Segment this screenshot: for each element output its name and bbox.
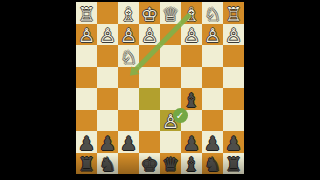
square-a6[interactable] <box>223 110 244 132</box>
square-h8[interactable]: ♜ <box>76 153 97 175</box>
square-g3[interactable] <box>97 45 118 67</box>
piece-bR-a8[interactable]: ♜ <box>225 154 242 174</box>
piece-wP-e2[interactable]: ♙ <box>141 25 158 45</box>
piece-wP-c2[interactable]: ♙ <box>183 25 200 45</box>
square-d8[interactable]: ♛ <box>160 153 181 175</box>
piece-bP-c7[interactable]: ♟ <box>183 133 200 153</box>
piece-wP-b2[interactable]: ♙ <box>204 25 221 45</box>
piece-bP-a7[interactable]: ♟ <box>225 133 242 153</box>
square-b8[interactable]: ♞ <box>202 153 223 175</box>
piece-wQ-d1[interactable]: ♕ <box>162 4 179 24</box>
square-c1[interactable]: ♗ <box>181 2 202 24</box>
square-f7[interactable]: ♟ <box>118 131 139 153</box>
piece-wR-h1[interactable]: ♖ <box>78 4 95 24</box>
square-h2[interactable]: ♙ <box>76 24 97 46</box>
square-d3[interactable] <box>160 45 181 67</box>
piece-bR-h8[interactable]: ♜ <box>78 154 95 174</box>
square-d2[interactable] <box>160 24 181 46</box>
square-c6[interactable] <box>181 110 202 132</box>
square-e1[interactable]: ♔ <box>139 2 160 24</box>
square-b6[interactable] <box>202 110 223 132</box>
square-d5[interactable] <box>160 88 181 110</box>
square-a1[interactable]: ♖ <box>223 2 244 24</box>
square-g6[interactable] <box>97 110 118 132</box>
video-frame: ♖♗♔♕♗♘♖♙♙♙♙♙♙♙♘♝♙♟♟♟♟♟♟♜♞♚♛♝♞♜ ✓ <box>0 0 320 180</box>
square-d7[interactable] <box>160 131 181 153</box>
square-a2[interactable]: ♙ <box>223 24 244 46</box>
square-f2[interactable]: ♙ <box>118 24 139 46</box>
piece-wP-g2[interactable]: ♙ <box>99 25 116 45</box>
square-f8[interactable] <box>118 153 139 175</box>
square-c8[interactable]: ♝ <box>181 153 202 175</box>
square-g8[interactable]: ♞ <box>97 153 118 175</box>
piece-wB-c1[interactable]: ♗ <box>183 4 200 24</box>
piece-wB-f1[interactable]: ♗ <box>120 4 137 24</box>
square-b5[interactable] <box>202 88 223 110</box>
square-f6[interactable] <box>118 110 139 132</box>
square-e2[interactable]: ♙ <box>139 24 160 46</box>
piece-bN-g8[interactable]: ♞ <box>99 154 116 174</box>
square-e3[interactable] <box>139 45 160 67</box>
piece-wN-b1[interactable]: ♘ <box>204 4 221 24</box>
square-c2[interactable]: ♙ <box>181 24 202 46</box>
square-f5[interactable] <box>118 88 139 110</box>
square-e7[interactable] <box>139 131 160 153</box>
piece-wP-h2[interactable]: ♙ <box>78 25 95 45</box>
piece-bP-f7[interactable]: ♟ <box>120 133 137 153</box>
square-e5[interactable] <box>139 88 160 110</box>
square-e4[interactable] <box>139 67 160 89</box>
square-h4[interactable] <box>76 67 97 89</box>
piece-bP-b7[interactable]: ♟ <box>204 133 221 153</box>
piece-wP-f2[interactable]: ♙ <box>120 25 137 45</box>
square-g7[interactable]: ♟ <box>97 131 118 153</box>
square-c3[interactable] <box>181 45 202 67</box>
square-a7[interactable]: ♟ <box>223 131 244 153</box>
piece-wK-e1[interactable]: ♔ <box>141 4 158 24</box>
piece-bB-c5[interactable]: ♝ <box>183 90 200 110</box>
square-f4[interactable] <box>118 67 139 89</box>
square-b3[interactable] <box>202 45 223 67</box>
square-c5[interactable]: ♝ <box>181 88 202 110</box>
piece-wP-a2[interactable]: ♙ <box>225 25 242 45</box>
square-c4[interactable] <box>181 67 202 89</box>
square-g1[interactable] <box>97 2 118 24</box>
square-a3[interactable] <box>223 45 244 67</box>
square-a5[interactable] <box>223 88 244 110</box>
square-a4[interactable] <box>223 67 244 89</box>
square-g2[interactable]: ♙ <box>97 24 118 46</box>
chess-board[interactable]: ♖♗♔♕♗♘♖♙♙♙♙♙♙♙♘♝♙♟♟♟♟♟♟♜♞♚♛♝♞♜ <box>76 2 244 174</box>
square-h5[interactable] <box>76 88 97 110</box>
square-f1[interactable]: ♗ <box>118 2 139 24</box>
square-b1[interactable]: ♘ <box>202 2 223 24</box>
square-b7[interactable]: ♟ <box>202 131 223 153</box>
square-h1[interactable]: ♖ <box>76 2 97 24</box>
piece-wP-d6[interactable]: ♙ <box>162 111 179 131</box>
piece-bQ-d8[interactable]: ♛ <box>162 154 179 174</box>
piece-bP-h7[interactable]: ♟ <box>78 133 95 153</box>
square-g5[interactable] <box>97 88 118 110</box>
piece-wR-a1[interactable]: ♖ <box>225 4 242 24</box>
square-b4[interactable] <box>202 67 223 89</box>
square-d1[interactable]: ♕ <box>160 2 181 24</box>
square-e6[interactable] <box>139 110 160 132</box>
square-h7[interactable]: ♟ <box>76 131 97 153</box>
square-b2[interactable]: ♙ <box>202 24 223 46</box>
square-h3[interactable] <box>76 45 97 67</box>
piece-bK-e8[interactable]: ♚ <box>141 154 158 174</box>
square-e8[interactable]: ♚ <box>139 153 160 175</box>
square-d4[interactable] <box>160 67 181 89</box>
square-f3[interactable]: ♘ <box>118 45 139 67</box>
piece-bN-b8[interactable]: ♞ <box>204 154 221 174</box>
square-a8[interactable]: ♜ <box>223 153 244 175</box>
piece-wN-f3[interactable]: ♘ <box>120 47 137 67</box>
square-g4[interactable] <box>97 67 118 89</box>
square-h6[interactable] <box>76 110 97 132</box>
square-d6[interactable]: ♙ <box>160 110 181 132</box>
square-c7[interactable]: ♟ <box>181 131 202 153</box>
piece-bP-g7[interactable]: ♟ <box>99 133 116 153</box>
piece-bB-c8[interactable]: ♝ <box>183 154 200 174</box>
